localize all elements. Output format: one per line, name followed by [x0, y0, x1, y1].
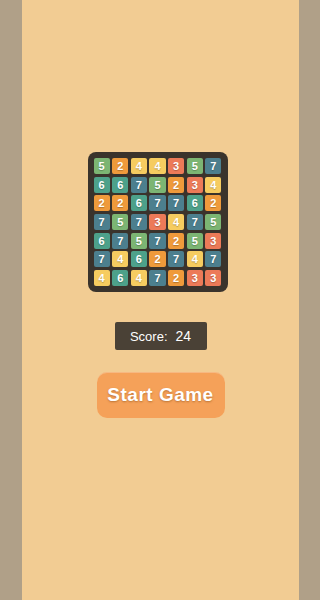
number-tile[interactable]: 2: [168, 177, 184, 193]
number-tile[interactable]: 6: [112, 177, 128, 193]
number-tile[interactable]: 6: [131, 195, 147, 211]
number-tile[interactable]: 3: [187, 177, 203, 193]
start-game-label: Start Game: [107, 384, 213, 406]
number-tile[interactable]: 7: [187, 214, 203, 230]
number-tile[interactable]: 4: [187, 251, 203, 267]
number-tile[interactable]: 2: [205, 195, 221, 211]
number-tile[interactable]: 5: [94, 158, 110, 174]
number-tile[interactable]: 2: [168, 233, 184, 249]
number-tile[interactable]: 7: [168, 195, 184, 211]
start-game-button[interactable]: Start Game: [97, 372, 225, 418]
game-screen: 5244357667523422677627573475675725374627…: [22, 0, 299, 600]
number-tile[interactable]: 6: [131, 251, 147, 267]
number-tile[interactable]: 3: [205, 233, 221, 249]
number-tile[interactable]: 7: [131, 214, 147, 230]
number-tile[interactable]: 3: [187, 270, 203, 286]
number-tile[interactable]: 7: [149, 270, 165, 286]
number-tile[interactable]: 3: [149, 214, 165, 230]
number-tile[interactable]: 7: [205, 251, 221, 267]
number-tile[interactable]: 3: [205, 270, 221, 286]
number-tile[interactable]: 5: [205, 214, 221, 230]
number-tile[interactable]: 7: [205, 158, 221, 174]
score-panel: Score: 24: [115, 322, 207, 350]
number-tile[interactable]: 7: [112, 233, 128, 249]
number-tile[interactable]: 4: [168, 214, 184, 230]
number-tile[interactable]: 4: [112, 251, 128, 267]
number-tile[interactable]: 5: [149, 177, 165, 193]
number-tile[interactable]: 6: [187, 195, 203, 211]
game-board: 5244357667523422677627573475675725374627…: [88, 152, 228, 292]
number-tile[interactable]: 7: [94, 251, 110, 267]
number-tile[interactable]: 4: [131, 158, 147, 174]
number-tile[interactable]: 6: [94, 177, 110, 193]
number-tile[interactable]: 2: [94, 195, 110, 211]
number-tile[interactable]: 7: [149, 233, 165, 249]
score-label: Score:: [130, 329, 168, 344]
number-tile[interactable]: 2: [149, 251, 165, 267]
number-tile[interactable]: 7: [149, 195, 165, 211]
number-tile[interactable]: 7: [168, 251, 184, 267]
number-tile[interactable]: 7: [94, 214, 110, 230]
number-tile[interactable]: 5: [112, 214, 128, 230]
number-tile[interactable]: 5: [187, 158, 203, 174]
number-tile[interactable]: 2: [112, 158, 128, 174]
number-tile[interactable]: 2: [168, 270, 184, 286]
number-tile[interactable]: 6: [112, 270, 128, 286]
number-tile[interactable]: 4: [149, 158, 165, 174]
number-tile[interactable]: 3: [168, 158, 184, 174]
number-tile[interactable]: 2: [112, 195, 128, 211]
number-tile[interactable]: 6: [94, 233, 110, 249]
number-tile[interactable]: 4: [205, 177, 221, 193]
number-tile[interactable]: 4: [131, 270, 147, 286]
number-tile[interactable]: 7: [131, 177, 147, 193]
number-tile[interactable]: 4: [94, 270, 110, 286]
number-tile[interactable]: 5: [131, 233, 147, 249]
score-value: 24: [176, 328, 192, 344]
number-tile[interactable]: 5: [187, 233, 203, 249]
